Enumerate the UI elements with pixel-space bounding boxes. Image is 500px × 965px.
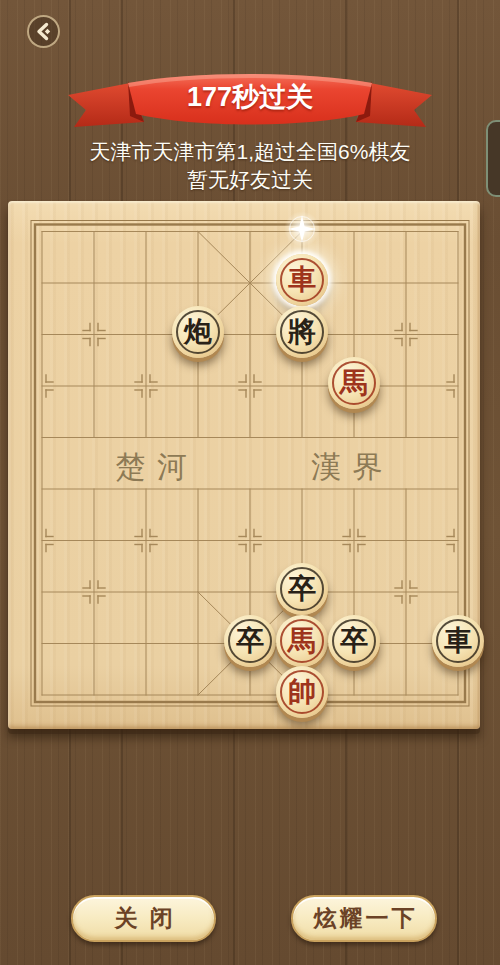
piece-glyph: 車 — [288, 266, 316, 294]
piece-glyph: 炮 — [184, 318, 212, 346]
result-banner: 177秒过关 — [64, 69, 436, 131]
piece-glyph: 卒 — [340, 627, 368, 655]
piece-black-卒[interactable]: 卒 — [276, 563, 328, 615]
piece-red-馬[interactable]: 馬 — [276, 615, 328, 667]
river-label-left: 楚 河 — [87, 447, 217, 488]
piece-black-車[interactable]: 車 — [432, 615, 484, 667]
piece-glyph: 車 — [444, 627, 472, 655]
piece-glyph: 卒 — [236, 627, 264, 655]
stats-block: 天津市天津市第1,超过全国6%棋友 暂无好友过关 — [0, 138, 500, 194]
piece-black-卒[interactable]: 卒 — [328, 615, 380, 667]
piece-red-帥[interactable]: 帥 — [276, 666, 328, 718]
rank-text: 天津市天津市第1,超过全国6%棋友 — [0, 138, 500, 166]
river-label-right: 漢 界 — [283, 447, 413, 488]
piece-glyph: 帥 — [288, 678, 316, 706]
friends-text: 暂无好友过关 — [0, 166, 500, 194]
piece-black-卒[interactable]: 卒 — [224, 615, 276, 667]
close-button[interactable]: 关闭 — [71, 895, 216, 942]
result-screen: 177秒过关 天津市天津市第1,超过全国6%棋友 暂无好友过关 楚 河 漢 界 … — [0, 0, 500, 965]
piece-glyph: 將 — [288, 318, 316, 346]
piece-glyph: 馬 — [340, 369, 368, 397]
piece-glyph: 卒 — [288, 575, 316, 603]
back-button[interactable] — [27, 15, 60, 48]
piece-red-馬[interactable]: 馬 — [328, 357, 380, 409]
xiangqi-board[interactable]: 楚 河 漢 界 車炮將馬卒卒馬卒車帥 — [8, 201, 480, 729]
back-arrow-icon — [29, 17, 58, 46]
piece-black-將[interactable]: 將 — [276, 306, 328, 358]
brag-button[interactable]: 炫耀一下 — [291, 895, 437, 942]
piece-black-炮[interactable]: 炮 — [172, 306, 224, 358]
piece-glyph: 馬 — [288, 627, 316, 655]
piece-red-車[interactable]: 車 — [276, 254, 328, 306]
banner-text: 177秒过关 — [124, 75, 376, 119]
